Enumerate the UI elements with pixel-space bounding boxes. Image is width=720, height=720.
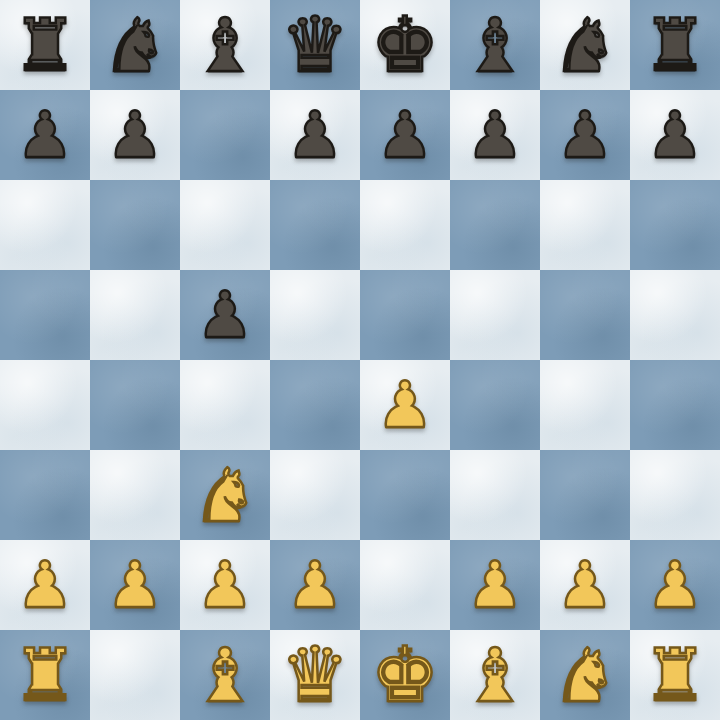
square-e5[interactable]	[360, 270, 450, 360]
piece-black-pawn[interactable]: ♟	[16, 90, 73, 180]
piece-white-pawn[interactable]: ♟	[16, 540, 73, 630]
square-d7[interactable]: ♟	[270, 90, 360, 180]
piece-white-queen[interactable]: ♛	[281, 630, 349, 720]
black-pawn-icon: ♟	[556, 90, 613, 180]
square-c5[interactable]: ♟	[180, 270, 270, 360]
square-h5[interactable]	[630, 270, 720, 360]
piece-black-pawn[interactable]: ♟	[556, 90, 613, 180]
square-f2[interactable]: ♟	[450, 540, 540, 630]
white-bishop-icon: ♝	[462, 630, 528, 720]
square-c7[interactable]	[180, 90, 270, 180]
square-g2[interactable]: ♟	[540, 540, 630, 630]
square-g3[interactable]	[540, 450, 630, 540]
square-g5[interactable]	[540, 270, 630, 360]
square-b2[interactable]: ♟	[90, 540, 180, 630]
black-knight-icon: ♞	[102, 0, 168, 90]
white-knight-icon: ♞	[192, 450, 258, 540]
piece-black-rook[interactable]: ♜	[13, 0, 78, 90]
black-pawn-icon: ♟	[286, 90, 343, 180]
black-rook-icon: ♜	[643, 0, 708, 90]
piece-black-bishop[interactable]: ♝	[462, 0, 528, 90]
square-a5[interactable]	[0, 270, 90, 360]
square-f6[interactable]	[450, 180, 540, 270]
square-b6[interactable]	[90, 180, 180, 270]
square-c2[interactable]: ♟	[180, 540, 270, 630]
square-f4[interactable]	[450, 360, 540, 450]
square-e7[interactable]: ♟	[360, 90, 450, 180]
square-b1[interactable]	[90, 630, 180, 720]
piece-white-pawn[interactable]: ♟	[106, 540, 163, 630]
piece-white-pawn[interactable]: ♟	[646, 540, 703, 630]
black-queen-icon: ♛	[281, 0, 349, 90]
white-knight-icon: ♞	[552, 630, 618, 720]
square-h1[interactable]: ♜	[630, 630, 720, 720]
black-bishop-icon: ♝	[462, 0, 528, 90]
square-d3[interactable]	[270, 450, 360, 540]
piece-black-pawn[interactable]: ♟	[646, 90, 703, 180]
square-a4[interactable]	[0, 360, 90, 450]
piece-white-knight[interactable]: ♞	[192, 450, 258, 540]
black-pawn-icon: ♟	[196, 270, 253, 360]
piece-black-queen[interactable]: ♛	[281, 0, 349, 90]
square-a8[interactable]: ♜	[0, 0, 90, 90]
piece-white-bishop[interactable]: ♝	[192, 630, 258, 720]
white-pawn-icon: ♟	[106, 540, 163, 630]
piece-white-pawn[interactable]: ♟	[196, 540, 253, 630]
black-pawn-icon: ♟	[16, 90, 73, 180]
black-pawn-icon: ♟	[106, 90, 163, 180]
white-pawn-icon: ♟	[16, 540, 73, 630]
white-rook-icon: ♜	[13, 630, 78, 720]
square-d1[interactable]: ♛	[270, 630, 360, 720]
piece-white-bishop[interactable]: ♝	[462, 630, 528, 720]
black-king-icon: ♚	[371, 0, 439, 90]
square-d4[interactable]	[270, 360, 360, 450]
white-pawn-icon: ♟	[196, 540, 253, 630]
white-bishop-icon: ♝	[192, 630, 258, 720]
square-b3[interactable]	[90, 450, 180, 540]
piece-black-king[interactable]: ♚	[371, 0, 439, 90]
square-a3[interactable]	[0, 450, 90, 540]
square-d6[interactable]	[270, 180, 360, 270]
piece-black-knight[interactable]: ♞	[552, 0, 618, 90]
square-h7[interactable]: ♟	[630, 90, 720, 180]
square-d8[interactable]: ♛	[270, 0, 360, 90]
piece-black-pawn[interactable]: ♟	[196, 270, 253, 360]
square-b5[interactable]	[90, 270, 180, 360]
square-g1[interactable]: ♞	[540, 630, 630, 720]
square-g4[interactable]	[540, 360, 630, 450]
piece-black-knight[interactable]: ♞	[102, 0, 168, 90]
piece-white-knight[interactable]: ♞	[552, 630, 618, 720]
square-h4[interactable]	[630, 360, 720, 450]
black-pawn-icon: ♟	[376, 90, 433, 180]
square-f8[interactable]: ♝	[450, 0, 540, 90]
piece-black-pawn[interactable]: ♟	[106, 90, 163, 180]
square-e4[interactable]: ♟	[360, 360, 450, 450]
piece-black-rook[interactable]: ♜	[643, 0, 708, 90]
square-c6[interactable]	[180, 180, 270, 270]
square-c3[interactable]: ♞	[180, 450, 270, 540]
square-e2[interactable]	[360, 540, 450, 630]
square-b7[interactable]: ♟	[90, 90, 180, 180]
square-e8[interactable]: ♚	[360, 0, 450, 90]
black-bishop-icon: ♝	[192, 0, 258, 90]
piece-white-pawn[interactable]: ♟	[376, 360, 433, 450]
square-g8[interactable]: ♞	[540, 0, 630, 90]
piece-white-king[interactable]: ♚	[371, 630, 439, 720]
square-b4[interactable]	[90, 360, 180, 450]
white-rook-icon: ♜	[643, 630, 708, 720]
square-c8[interactable]: ♝	[180, 0, 270, 90]
piece-white-pawn[interactable]: ♟	[286, 540, 343, 630]
square-e6[interactable]	[360, 180, 450, 270]
square-a1[interactable]: ♜	[0, 630, 90, 720]
white-queen-icon: ♛	[281, 630, 349, 720]
piece-black-pawn[interactable]: ♟	[466, 90, 523, 180]
square-d5[interactable]	[270, 270, 360, 360]
black-pawn-icon: ♟	[466, 90, 523, 180]
square-h6[interactable]	[630, 180, 720, 270]
white-pawn-icon: ♟	[466, 540, 523, 630]
square-a2[interactable]: ♟	[0, 540, 90, 630]
white-pawn-icon: ♟	[646, 540, 703, 630]
square-a7[interactable]: ♟	[0, 90, 90, 180]
square-g7[interactable]: ♟	[540, 90, 630, 180]
square-e1[interactable]: ♚	[360, 630, 450, 720]
square-c1[interactable]: ♝	[180, 630, 270, 720]
chess-board: ♜♞♝♛♚♝♞♜♟♟♟♟♟♟♟♟♟♞♟♟♟♟♟♟♟♜♝♛♚♝♞♜	[0, 0, 720, 720]
square-f3[interactable]	[450, 450, 540, 540]
piece-white-rook[interactable]: ♜	[13, 630, 78, 720]
square-h3[interactable]	[630, 450, 720, 540]
piece-black-pawn[interactable]: ♟	[376, 90, 433, 180]
square-f5[interactable]	[450, 270, 540, 360]
piece-white-rook[interactable]: ♜	[643, 630, 708, 720]
square-d2[interactable]: ♟	[270, 540, 360, 630]
square-a6[interactable]	[0, 180, 90, 270]
white-king-icon: ♚	[371, 630, 439, 720]
square-h2[interactable]: ♟	[630, 540, 720, 630]
square-f7[interactable]: ♟	[450, 90, 540, 180]
black-knight-icon: ♞	[552, 0, 618, 90]
square-b8[interactable]: ♞	[90, 0, 180, 90]
piece-white-pawn[interactable]: ♟	[556, 540, 613, 630]
square-c4[interactable]	[180, 360, 270, 450]
piece-black-bishop[interactable]: ♝	[192, 0, 258, 90]
black-pawn-icon: ♟	[646, 90, 703, 180]
piece-white-pawn[interactable]: ♟	[466, 540, 523, 630]
square-h8[interactable]: ♜	[630, 0, 720, 90]
white-pawn-icon: ♟	[286, 540, 343, 630]
square-g6[interactable]	[540, 180, 630, 270]
black-rook-icon: ♜	[13, 0, 78, 90]
piece-black-pawn[interactable]: ♟	[286, 90, 343, 180]
square-e3[interactable]	[360, 450, 450, 540]
square-f1[interactable]: ♝	[450, 630, 540, 720]
white-pawn-icon: ♟	[376, 360, 433, 450]
white-pawn-icon: ♟	[556, 540, 613, 630]
